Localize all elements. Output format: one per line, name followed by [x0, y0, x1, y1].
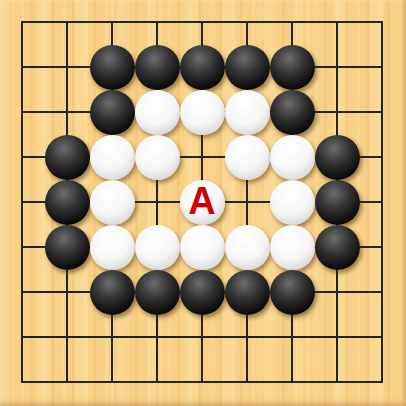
board-intersection[interactable]: [225, 90, 270, 135]
white-stone: [225, 135, 270, 180]
board-intersection[interactable]: [315, 90, 360, 135]
board-intersection[interactable]: [270, 135, 315, 180]
board-intersection[interactable]: [225, 225, 270, 270]
board-intersection[interactable]: [45, 90, 90, 135]
board-intersection[interactable]: [45, 225, 90, 270]
board-intersection[interactable]: [225, 315, 270, 360]
white-stone: [90, 135, 135, 180]
board-intersection[interactable]: [315, 45, 360, 90]
board-intersection[interactable]: [135, 225, 180, 270]
black-stone: [90, 90, 135, 135]
board-intersection[interactable]: [180, 135, 225, 180]
black-stone: [90, 45, 135, 90]
board-intersection[interactable]: [135, 0, 180, 45]
board-intersection[interactable]: [180, 90, 225, 135]
board-intersection[interactable]: [135, 180, 180, 225]
white-stone: [225, 225, 270, 270]
board-intersection[interactable]: [225, 360, 270, 405]
board-intersection[interactable]: [180, 270, 225, 315]
white-stone: [180, 225, 225, 270]
black-stone: [180, 270, 225, 315]
board-intersection[interactable]: [180, 315, 225, 360]
black-stone: [270, 270, 315, 315]
board-intersection[interactable]: [225, 0, 270, 45]
board-intersection[interactable]: [90, 225, 135, 270]
board-intersection[interactable]: [135, 315, 180, 360]
board-intersection[interactable]: [180, 0, 225, 45]
board-intersection[interactable]: [360, 315, 405, 360]
board-intersection[interactable]: [315, 135, 360, 180]
board-intersection[interactable]: [180, 225, 225, 270]
white-stone: [135, 90, 180, 135]
board-intersection[interactable]: [360, 90, 405, 135]
board-intersection[interactable]: [360, 180, 405, 225]
board-intersection[interactable]: [135, 135, 180, 180]
board-intersection[interactable]: [315, 180, 360, 225]
board-intersection[interactable]: [0, 135, 45, 180]
board-intersection[interactable]: [90, 45, 135, 90]
board-intersection[interactable]: A: [180, 180, 225, 225]
black-stone: [315, 135, 360, 180]
board-intersection[interactable]: [0, 360, 45, 405]
board-intersection[interactable]: [45, 180, 90, 225]
white-stone: [225, 90, 270, 135]
board-intersection[interactable]: [270, 180, 315, 225]
board-cells: A: [0, 0, 405, 405]
board-intersection[interactable]: [315, 0, 360, 45]
white-stone: [270, 225, 315, 270]
board-intersection[interactable]: [90, 360, 135, 405]
board-intersection[interactable]: [45, 0, 90, 45]
black-stone: [135, 270, 180, 315]
board-intersection[interactable]: [0, 0, 45, 45]
board-intersection[interactable]: [315, 315, 360, 360]
board-intersection[interactable]: [360, 45, 405, 90]
board-intersection[interactable]: [0, 90, 45, 135]
black-stone: [225, 45, 270, 90]
board-intersection[interactable]: [90, 135, 135, 180]
black-stone: [315, 225, 360, 270]
board-intersection[interactable]: [90, 315, 135, 360]
board-intersection[interactable]: [90, 180, 135, 225]
board-intersection[interactable]: [360, 0, 405, 45]
white-stone: [270, 135, 315, 180]
board-intersection[interactable]: [45, 270, 90, 315]
black-stone: [45, 225, 90, 270]
board-intersection[interactable]: [225, 135, 270, 180]
black-stone: [180, 45, 225, 90]
board-intersection[interactable]: [135, 360, 180, 405]
black-stone: [315, 180, 360, 225]
board-intersection[interactable]: [270, 0, 315, 45]
board-intersection[interactable]: [0, 180, 45, 225]
black-stone: [270, 90, 315, 135]
board-intersection[interactable]: [315, 270, 360, 315]
board-intersection[interactable]: [180, 360, 225, 405]
board-intersection[interactable]: [90, 90, 135, 135]
board-intersection[interactable]: [135, 45, 180, 90]
board-intersection[interactable]: [135, 270, 180, 315]
board-intersection[interactable]: [90, 270, 135, 315]
black-stone: [45, 135, 90, 180]
white-stone: A: [180, 180, 225, 225]
board-intersection[interactable]: [0, 315, 45, 360]
board-intersection[interactable]: [270, 360, 315, 405]
board-intersection[interactable]: [225, 270, 270, 315]
board-intersection[interactable]: [225, 45, 270, 90]
board-intersection[interactable]: [270, 225, 315, 270]
board-intersection[interactable]: [45, 315, 90, 360]
black-stone: [135, 45, 180, 90]
white-stone: [180, 90, 225, 135]
white-stone: [270, 180, 315, 225]
white-stone: [135, 225, 180, 270]
white-stone: [90, 225, 135, 270]
board-intersection[interactable]: [360, 270, 405, 315]
board-intersection[interactable]: [0, 45, 45, 90]
black-stone: [225, 270, 270, 315]
black-stone: [45, 180, 90, 225]
board-intersection[interactable]: [270, 315, 315, 360]
black-stone: [90, 270, 135, 315]
stone-label-a: A: [188, 182, 215, 220]
board-intersection[interactable]: [0, 270, 45, 315]
white-stone: [90, 180, 135, 225]
board-intersection[interactable]: [225, 180, 270, 225]
board-intersection[interactable]: [315, 360, 360, 405]
go-board: A: [0, 0, 406, 406]
board-intersection[interactable]: [0, 225, 45, 270]
board-intersection[interactable]: [270, 90, 315, 135]
white-stone: [135, 135, 180, 180]
board-intersection[interactable]: [45, 360, 90, 405]
board-intersection[interactable]: [270, 270, 315, 315]
board-intersection[interactable]: [135, 90, 180, 135]
board-intersection[interactable]: [180, 45, 225, 90]
board-intersection[interactable]: [45, 135, 90, 180]
board-intersection[interactable]: [270, 45, 315, 90]
board-intersection[interactable]: [90, 0, 135, 45]
board-intersection[interactable]: [45, 45, 90, 90]
board-intersection[interactable]: [360, 360, 405, 405]
board-intersection[interactable]: [315, 225, 360, 270]
board-intersection[interactable]: [360, 135, 405, 180]
black-stone: [270, 45, 315, 90]
board-intersection[interactable]: [360, 225, 405, 270]
